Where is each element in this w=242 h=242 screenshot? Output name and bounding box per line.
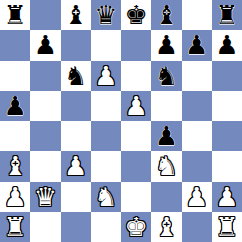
square-h5[interactable] [212, 91, 242, 121]
square-e2[interactable] [121, 182, 151, 212]
square-a8[interactable]: ♜ [0, 0, 30, 30]
square-c5[interactable] [61, 91, 91, 121]
square-c3[interactable]: ♟ [61, 151, 91, 181]
square-h8[interactable]: ♜ [212, 0, 242, 30]
square-g8[interactable] [182, 0, 212, 30]
black-pawn-f7[interactable]: ♟ [155, 30, 178, 60]
square-f5[interactable] [151, 91, 181, 121]
square-a3[interactable]: ♝ [0, 151, 30, 181]
square-f8[interactable]: ♝ [151, 0, 181, 30]
square-b3[interactable] [30, 151, 60, 181]
black-pawn-f4[interactable]: ♟ [155, 121, 178, 151]
square-b7[interactable]: ♟ [30, 30, 60, 60]
square-b5[interactable] [30, 91, 60, 121]
black-pawn-g7[interactable]: ♟ [185, 30, 208, 60]
square-c7[interactable] [61, 30, 91, 60]
white-pawn-h2[interactable]: ♟ [215, 182, 238, 212]
white-rook-a1[interactable]: ♜ [3, 212, 26, 242]
square-c6[interactable]: ♞ [61, 61, 91, 91]
square-a7[interactable] [0, 30, 30, 60]
square-e6[interactable] [121, 61, 151, 91]
black-bishop-f8[interactable]: ♝ [155, 0, 178, 30]
white-knight-d2[interactable]: ♞ [94, 182, 117, 212]
square-e8[interactable]: ♚ [121, 0, 151, 30]
square-f4[interactable]: ♟ [151, 121, 181, 151]
white-pawn-g2[interactable]: ♟ [185, 182, 208, 212]
chess-board: ♜♝♛♚♝♜♟♟♟♟♞♟♞♟♟♟♝♟♞♟♛♞♟♟♜♚♝♜ [0, 0, 242, 242]
square-d7[interactable] [91, 30, 121, 60]
black-pawn-a5[interactable]: ♟ [3, 91, 26, 121]
square-g2[interactable]: ♟ [182, 182, 212, 212]
square-f1[interactable]: ♝ [151, 212, 181, 242]
white-king-e1[interactable]: ♚ [124, 212, 147, 242]
square-d6[interactable]: ♟ [91, 61, 121, 91]
square-h2[interactable]: ♟ [212, 182, 242, 212]
square-e4[interactable] [121, 121, 151, 151]
square-b4[interactable] [30, 121, 60, 151]
square-b6[interactable] [30, 61, 60, 91]
white-pawn-a2[interactable]: ♟ [3, 182, 26, 212]
black-rook-a8[interactable]: ♜ [3, 0, 26, 30]
square-f3[interactable]: ♞ [151, 151, 181, 181]
board-wrapper: ♜♝♛♚♝♜♟♟♟♟♞♟♞♟♟♟♝♟♞♟♛♞♟♟♜♚♝♜ [0, 0, 242, 242]
square-f7[interactable]: ♟ [151, 30, 181, 60]
square-d3[interactable] [91, 151, 121, 181]
square-c2[interactable] [61, 182, 91, 212]
square-g4[interactable] [182, 121, 212, 151]
square-d1[interactable] [91, 212, 121, 242]
white-knight-f3[interactable]: ♞ [155, 151, 178, 181]
square-a6[interactable] [0, 61, 30, 91]
white-pawn-c3[interactable]: ♟ [64, 151, 87, 181]
white-queen-b2[interactable]: ♛ [34, 182, 57, 212]
square-d2[interactable]: ♞ [91, 182, 121, 212]
square-g6[interactable] [182, 61, 212, 91]
white-bishop-a3[interactable]: ♝ [3, 151, 26, 181]
square-g5[interactable] [182, 91, 212, 121]
square-d4[interactable] [91, 121, 121, 151]
black-pawn-b7[interactable]: ♟ [34, 30, 57, 60]
square-a4[interactable] [0, 121, 30, 151]
square-e1[interactable]: ♚ [121, 212, 151, 242]
square-h3[interactable] [212, 151, 242, 181]
black-king-e8[interactable]: ♚ [124, 0, 147, 30]
square-b8[interactable] [30, 0, 60, 30]
black-pawn-h7[interactable]: ♟ [215, 30, 238, 60]
black-knight-f6[interactable]: ♞ [155, 61, 178, 91]
square-e3[interactable] [121, 151, 151, 181]
white-pawn-d6[interactable]: ♟ [94, 61, 117, 91]
black-queen-d8[interactable]: ♛ [94, 0, 117, 30]
square-g3[interactable] [182, 151, 212, 181]
square-h4[interactable] [212, 121, 242, 151]
white-bishop-f1[interactable]: ♝ [155, 212, 178, 242]
square-c4[interactable] [61, 121, 91, 151]
black-bishop-c8[interactable]: ♝ [64, 0, 87, 30]
square-g1[interactable] [182, 212, 212, 242]
square-e5[interactable]: ♟ [121, 91, 151, 121]
square-b1[interactable] [30, 212, 60, 242]
white-pawn-e5[interactable]: ♟ [124, 91, 147, 121]
square-d5[interactable] [91, 91, 121, 121]
square-h6[interactable] [212, 61, 242, 91]
square-a2[interactable]: ♟ [0, 182, 30, 212]
square-h7[interactable]: ♟ [212, 30, 242, 60]
square-f6[interactable]: ♞ [151, 61, 181, 91]
white-rook-h1[interactable]: ♜ [215, 212, 238, 242]
square-c1[interactable] [61, 212, 91, 242]
black-knight-c6[interactable]: ♞ [64, 61, 87, 91]
square-d8[interactable]: ♛ [91, 0, 121, 30]
square-h1[interactable]: ♜ [212, 212, 242, 242]
square-f2[interactable] [151, 182, 181, 212]
square-a1[interactable]: ♜ [0, 212, 30, 242]
square-e7[interactable] [121, 30, 151, 60]
square-g7[interactable]: ♟ [182, 30, 212, 60]
square-a5[interactable]: ♟ [0, 91, 30, 121]
square-b2[interactable]: ♛ [30, 182, 60, 212]
black-rook-h8[interactable]: ♜ [215, 0, 238, 30]
square-c8[interactable]: ♝ [61, 0, 91, 30]
